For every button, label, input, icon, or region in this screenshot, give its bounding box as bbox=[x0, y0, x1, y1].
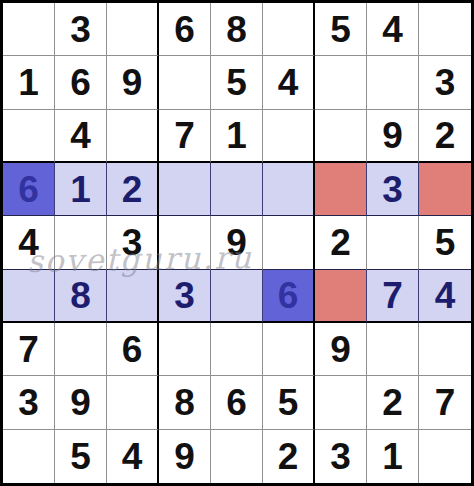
cell-r4c5[interactable] bbox=[211, 163, 263, 216]
cell-r1c1[interactable] bbox=[3, 3, 55, 56]
cell-r4c6[interactable] bbox=[263, 163, 315, 216]
cell-r6c6[interactable]: 6 bbox=[263, 270, 315, 323]
cell-r5c8[interactable] bbox=[367, 216, 419, 269]
cell-r6c7[interactable] bbox=[315, 270, 367, 323]
cell-r2c6[interactable]: 4 bbox=[263, 56, 315, 109]
cell-r7c6[interactable] bbox=[263, 323, 315, 376]
cell-r7c9[interactable] bbox=[419, 323, 471, 376]
cell-r8c9[interactable]: 7 bbox=[419, 376, 471, 429]
cell-r4c1[interactable]: 6 bbox=[3, 163, 55, 216]
cell-r1c2[interactable]: 3 bbox=[55, 3, 107, 56]
cell-r8c6[interactable]: 5 bbox=[263, 376, 315, 429]
cell-r6c2[interactable]: 8 bbox=[55, 270, 107, 323]
cell-r2c4[interactable] bbox=[159, 56, 211, 109]
sudoku-page: 3685416954347192612343925836747693986527… bbox=[0, 0, 474, 486]
cell-r5c3[interactable]: 3 bbox=[107, 216, 159, 269]
cell-r3c1[interactable] bbox=[3, 110, 55, 163]
cell-r4c4[interactable] bbox=[159, 163, 211, 216]
cell-r1c6[interactable] bbox=[263, 3, 315, 56]
cell-r4c2[interactable]: 1 bbox=[55, 163, 107, 216]
cell-r3c4[interactable]: 7 bbox=[159, 110, 211, 163]
cell-r9c3[interactable]: 4 bbox=[107, 430, 159, 483]
cell-r8c1[interactable]: 3 bbox=[3, 376, 55, 429]
cell-r2c1[interactable]: 1 bbox=[3, 56, 55, 109]
cell-r6c9[interactable]: 4 bbox=[419, 270, 471, 323]
cell-r4c9[interactable] bbox=[419, 163, 471, 216]
cell-r5c6[interactable] bbox=[263, 216, 315, 269]
cell-r9c4[interactable]: 9 bbox=[159, 430, 211, 483]
cell-r1c7[interactable]: 5 bbox=[315, 3, 367, 56]
cell-r9c7[interactable]: 3 bbox=[315, 430, 367, 483]
cell-r5c1[interactable]: 4 bbox=[3, 216, 55, 269]
cell-r7c5[interactable] bbox=[211, 323, 263, 376]
cell-r7c3[interactable]: 6 bbox=[107, 323, 159, 376]
cell-r9c5[interactable] bbox=[211, 430, 263, 483]
cell-r8c3[interactable] bbox=[107, 376, 159, 429]
cell-r2c3[interactable]: 9 bbox=[107, 56, 159, 109]
cell-r5c7[interactable]: 2 bbox=[315, 216, 367, 269]
cell-r5c9[interactable]: 5 bbox=[419, 216, 471, 269]
cell-r3c8[interactable]: 9 bbox=[367, 110, 419, 163]
cell-r8c4[interactable]: 8 bbox=[159, 376, 211, 429]
cell-r1c9[interactable] bbox=[419, 3, 471, 56]
cell-r6c5[interactable] bbox=[211, 270, 263, 323]
cell-r3c5[interactable]: 1 bbox=[211, 110, 263, 163]
cell-r8c5[interactable]: 6 bbox=[211, 376, 263, 429]
cell-r6c1[interactable] bbox=[3, 270, 55, 323]
cell-r9c6[interactable]: 2 bbox=[263, 430, 315, 483]
cell-r7c2[interactable] bbox=[55, 323, 107, 376]
cell-r8c8[interactable]: 2 bbox=[367, 376, 419, 429]
cell-r6c3[interactable] bbox=[107, 270, 159, 323]
cell-r5c2[interactable] bbox=[55, 216, 107, 269]
cell-r2c5[interactable]: 5 bbox=[211, 56, 263, 109]
sudoku-board: 3685416954347192612343925836747693986527… bbox=[0, 0, 474, 486]
cell-r3c9[interactable]: 2 bbox=[419, 110, 471, 163]
cell-r4c7[interactable] bbox=[315, 163, 367, 216]
cell-r6c4[interactable]: 3 bbox=[159, 270, 211, 323]
cell-r1c3[interactable] bbox=[107, 3, 159, 56]
cell-r7c4[interactable] bbox=[159, 323, 211, 376]
cell-r1c5[interactable]: 8 bbox=[211, 3, 263, 56]
cell-r1c8[interactable]: 4 bbox=[367, 3, 419, 56]
cell-r3c2[interactable]: 4 bbox=[55, 110, 107, 163]
cell-r2c8[interactable] bbox=[367, 56, 419, 109]
cell-r3c6[interactable] bbox=[263, 110, 315, 163]
cell-r5c5[interactable]: 9 bbox=[211, 216, 263, 269]
cell-r9c8[interactable]: 1 bbox=[367, 430, 419, 483]
cell-r7c1[interactable]: 7 bbox=[3, 323, 55, 376]
cell-r7c7[interactable]: 9 bbox=[315, 323, 367, 376]
cell-r2c2[interactable]: 6 bbox=[55, 56, 107, 109]
cell-r9c9[interactable] bbox=[419, 430, 471, 483]
cell-r4c8[interactable]: 3 bbox=[367, 163, 419, 216]
cell-r7c8[interactable] bbox=[367, 323, 419, 376]
cell-r2c7[interactable] bbox=[315, 56, 367, 109]
cell-r3c3[interactable] bbox=[107, 110, 159, 163]
cell-r5c4[interactable] bbox=[159, 216, 211, 269]
cell-r9c1[interactable] bbox=[3, 430, 55, 483]
cell-r6c8[interactable]: 7 bbox=[367, 270, 419, 323]
cell-r9c2[interactable]: 5 bbox=[55, 430, 107, 483]
cell-r3c7[interactable] bbox=[315, 110, 367, 163]
cell-r2c9[interactable]: 3 bbox=[419, 56, 471, 109]
cell-r8c7[interactable] bbox=[315, 376, 367, 429]
cell-r4c3[interactable]: 2 bbox=[107, 163, 159, 216]
cell-r8c2[interactable]: 9 bbox=[55, 376, 107, 429]
cell-r1c4[interactable]: 6 bbox=[159, 3, 211, 56]
